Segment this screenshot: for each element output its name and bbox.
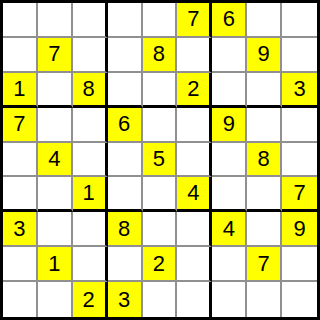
cell-r7c6[interactable] <box>177 212 212 247</box>
cell-r8c6[interactable] <box>177 247 212 282</box>
cell-r6c7[interactable] <box>212 177 247 212</box>
cell-r7c3[interactable] <box>73 212 108 247</box>
cell-r1c7[interactable]: 6 <box>212 3 247 38</box>
cell-r1c4[interactable] <box>108 3 143 38</box>
cell-r2c3[interactable] <box>73 38 108 73</box>
cell-r4c7[interactable]: 9 <box>212 108 247 143</box>
cell-r1c9[interactable] <box>282 3 317 38</box>
sudoku-board: 767891823769458147384912723 <box>0 0 320 320</box>
cell-r9c4[interactable]: 3 <box>108 282 143 317</box>
cell-r6c9[interactable]: 7 <box>282 177 317 212</box>
cell-r9c9[interactable] <box>282 282 317 317</box>
cell-r5c1[interactable] <box>3 143 38 178</box>
cell-r5c2[interactable]: 4 <box>38 143 73 178</box>
cell-r6c5[interactable] <box>143 177 178 212</box>
cell-r6c2[interactable] <box>38 177 73 212</box>
cell-r6c6[interactable]: 4 <box>177 177 212 212</box>
cell-r8c7[interactable] <box>212 247 247 282</box>
cell-r8c1[interactable] <box>3 247 38 282</box>
cell-r1c3[interactable] <box>73 3 108 38</box>
cell-r9c7[interactable] <box>212 282 247 317</box>
cell-r2c8[interactable]: 9 <box>247 38 282 73</box>
cell-r2c5[interactable]: 8 <box>143 38 178 73</box>
cell-r3c4[interactable] <box>108 73 143 108</box>
cell-r4c8[interactable] <box>247 108 282 143</box>
cell-r3c9[interactable]: 3 <box>282 73 317 108</box>
cell-r7c9[interactable]: 9 <box>282 212 317 247</box>
cell-r8c8[interactable]: 7 <box>247 247 282 282</box>
cell-r5c4[interactable] <box>108 143 143 178</box>
cell-r2c6[interactable] <box>177 38 212 73</box>
cell-r7c2[interactable] <box>38 212 73 247</box>
cell-r6c8[interactable] <box>247 177 282 212</box>
cell-r4c3[interactable] <box>73 108 108 143</box>
cell-r9c8[interactable] <box>247 282 282 317</box>
cell-r7c8[interactable] <box>247 212 282 247</box>
cell-r3c3[interactable]: 8 <box>73 73 108 108</box>
cell-r5c3[interactable] <box>73 143 108 178</box>
cell-r9c3[interactable]: 2 <box>73 282 108 317</box>
cell-r2c4[interactable] <box>108 38 143 73</box>
cell-r8c3[interactable] <box>73 247 108 282</box>
cell-r8c5[interactable]: 2 <box>143 247 178 282</box>
cell-r5c6[interactable] <box>177 143 212 178</box>
cell-r1c5[interactable] <box>143 3 178 38</box>
cell-r4c6[interactable] <box>177 108 212 143</box>
cell-r6c4[interactable] <box>108 177 143 212</box>
cell-r9c6[interactable] <box>177 282 212 317</box>
cell-r4c5[interactable] <box>143 108 178 143</box>
cell-r9c5[interactable] <box>143 282 178 317</box>
cell-r5c9[interactable] <box>282 143 317 178</box>
cell-r2c7[interactable] <box>212 38 247 73</box>
cell-r3c5[interactable] <box>143 73 178 108</box>
cell-r9c1[interactable] <box>3 282 38 317</box>
cell-r4c4[interactable]: 6 <box>108 108 143 143</box>
cell-r9c2[interactable] <box>38 282 73 317</box>
cell-r3c1[interactable]: 1 <box>3 73 38 108</box>
cell-r3c2[interactable] <box>38 73 73 108</box>
cell-r4c2[interactable] <box>38 108 73 143</box>
cell-r7c4[interactable]: 8 <box>108 212 143 247</box>
cell-r3c8[interactable] <box>247 73 282 108</box>
cell-r5c5[interactable]: 5 <box>143 143 178 178</box>
cell-r2c2[interactable]: 7 <box>38 38 73 73</box>
cell-r5c7[interactable] <box>212 143 247 178</box>
cell-r7c5[interactable] <box>143 212 178 247</box>
cell-r5c8[interactable]: 8 <box>247 143 282 178</box>
cell-r8c2[interactable]: 1 <box>38 247 73 282</box>
cell-r3c7[interactable] <box>212 73 247 108</box>
cell-r7c1[interactable]: 3 <box>3 212 38 247</box>
cell-r6c3[interactable]: 1 <box>73 177 108 212</box>
cell-r2c1[interactable] <box>3 38 38 73</box>
cell-r6c1[interactable] <box>3 177 38 212</box>
cell-r1c8[interactable] <box>247 3 282 38</box>
cell-r7c7[interactable]: 4 <box>212 212 247 247</box>
cell-r4c1[interactable]: 7 <box>3 108 38 143</box>
cell-r4c9[interactable] <box>282 108 317 143</box>
cell-r1c1[interactable] <box>3 3 38 38</box>
cell-r3c6[interactable]: 2 <box>177 73 212 108</box>
cell-r8c4[interactable] <box>108 247 143 282</box>
cell-r2c9[interactable] <box>282 38 317 73</box>
cell-r1c2[interactable] <box>38 3 73 38</box>
cell-r8c9[interactable] <box>282 247 317 282</box>
cell-r1c6[interactable]: 7 <box>177 3 212 38</box>
